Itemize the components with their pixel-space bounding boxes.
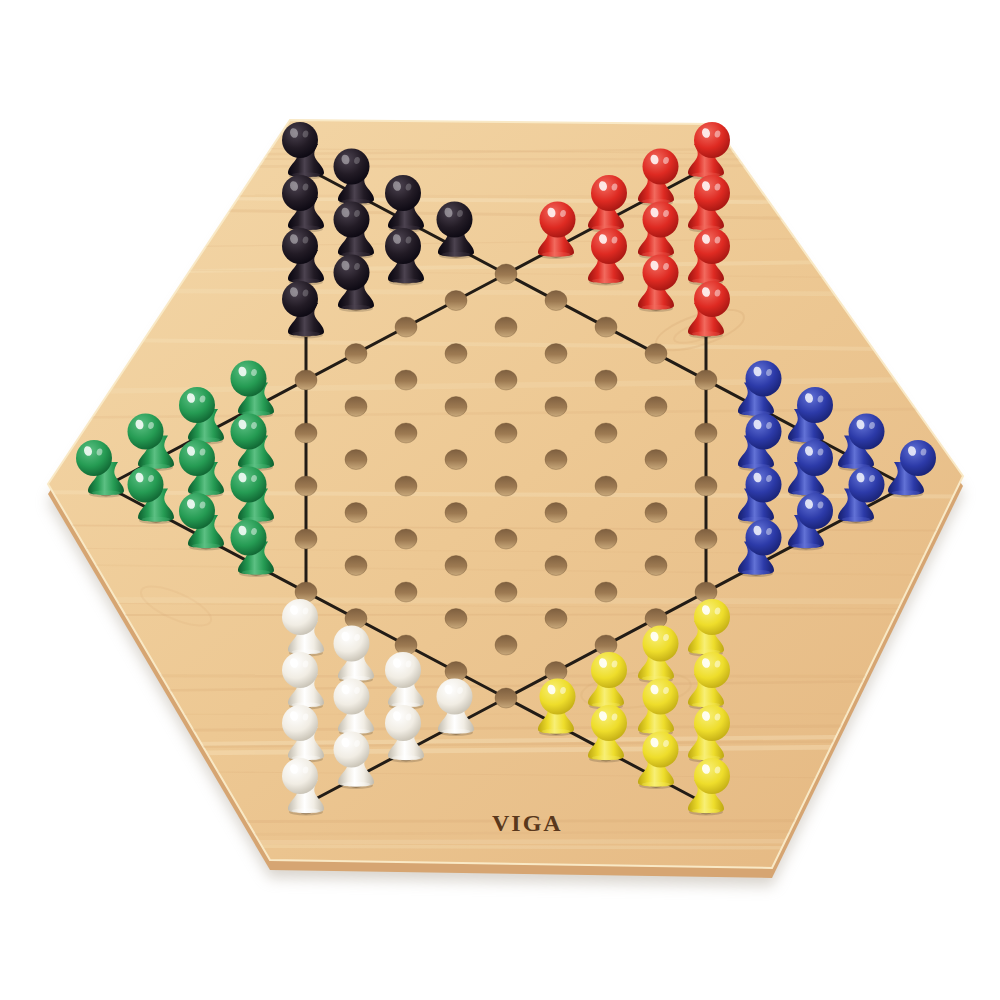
board-hole[interactable] xyxy=(545,556,567,576)
board-hole[interactable] xyxy=(495,529,517,549)
board-hole[interactable] xyxy=(545,450,567,470)
peg-white[interactable] xyxy=(437,679,475,737)
board-hole[interactable] xyxy=(345,397,367,417)
board-hole[interactable] xyxy=(495,476,517,496)
board-hole[interactable] xyxy=(695,476,717,496)
board-hole[interactable] xyxy=(545,609,567,629)
board-hole[interactable] xyxy=(545,291,567,311)
board-hole[interactable] xyxy=(295,582,317,602)
board-hole[interactable] xyxy=(445,291,467,311)
board-hole[interactable] xyxy=(395,529,417,549)
board-hole[interactable] xyxy=(295,423,317,443)
board-hole[interactable] xyxy=(545,662,567,682)
board-hole[interactable] xyxy=(595,423,617,443)
board-hole[interactable] xyxy=(645,503,667,523)
product-photo-stage: VIGA xyxy=(0,0,1000,1000)
board-hole[interactable] xyxy=(395,635,417,655)
board-hole[interactable] xyxy=(445,609,467,629)
board-hole[interactable] xyxy=(495,582,517,602)
board-hole[interactable] xyxy=(295,529,317,549)
board-hole[interactable] xyxy=(545,503,567,523)
peg-black[interactable] xyxy=(437,202,475,260)
board-hole[interactable] xyxy=(545,397,567,417)
board-hole[interactable] xyxy=(495,635,517,655)
brand-logo: VIGA xyxy=(492,810,563,836)
board-hole[interactable] xyxy=(645,450,667,470)
board-hole[interactable] xyxy=(695,370,717,390)
board-hole[interactable] xyxy=(545,344,567,364)
board-hole[interactable] xyxy=(445,397,467,417)
board-hole[interactable] xyxy=(345,556,367,576)
board-hole[interactable] xyxy=(695,582,717,602)
board-hole[interactable] xyxy=(495,688,517,708)
board-hole[interactable] xyxy=(695,423,717,443)
chinese-checkers-board: VIGA xyxy=(0,0,1000,1000)
board-hole[interactable] xyxy=(395,476,417,496)
board-hole[interactable] xyxy=(595,317,617,337)
board-hole[interactable] xyxy=(645,397,667,417)
board-hole[interactable] xyxy=(395,370,417,390)
board-hole[interactable] xyxy=(595,635,617,655)
board-hole[interactable] xyxy=(445,344,467,364)
board-hole[interactable] xyxy=(645,344,667,364)
peg-yellow[interactable] xyxy=(538,679,576,737)
board-hole[interactable] xyxy=(595,370,617,390)
board-hole[interactable] xyxy=(445,662,467,682)
board-hole[interactable] xyxy=(645,556,667,576)
board-hole[interactable] xyxy=(495,423,517,443)
board-hole[interactable] xyxy=(345,503,367,523)
board-hole[interactable] xyxy=(445,450,467,470)
peg-red[interactable] xyxy=(538,202,576,260)
board-hole[interactable] xyxy=(595,476,617,496)
board-hole[interactable] xyxy=(495,317,517,337)
board-hole[interactable] xyxy=(345,344,367,364)
board-hole[interactable] xyxy=(595,582,617,602)
board-hole[interactable] xyxy=(395,317,417,337)
board-hole[interactable] xyxy=(645,609,667,629)
board-hole[interactable] xyxy=(345,609,367,629)
board-hole[interactable] xyxy=(695,529,717,549)
board-hole[interactable] xyxy=(595,529,617,549)
board-hole[interactable] xyxy=(345,450,367,470)
board-hole[interactable] xyxy=(395,423,417,443)
board-hole[interactable] xyxy=(495,264,517,284)
board-hole[interactable] xyxy=(395,582,417,602)
board-hole[interactable] xyxy=(445,556,467,576)
board-hole[interactable] xyxy=(295,370,317,390)
board-hole[interactable] xyxy=(495,370,517,390)
board-hole[interactable] xyxy=(295,476,317,496)
board-hole[interactable] xyxy=(445,503,467,523)
